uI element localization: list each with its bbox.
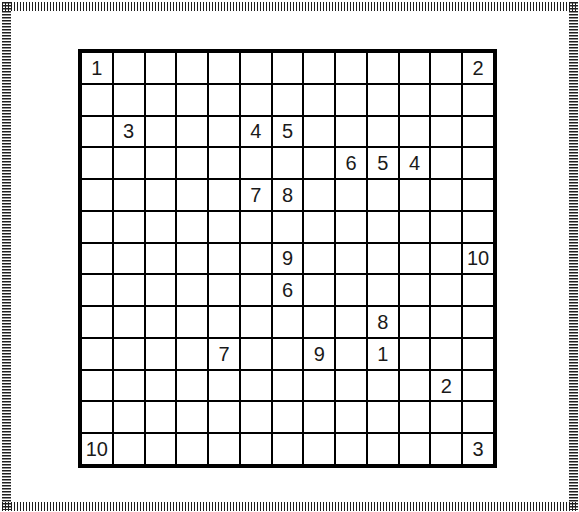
cell-r10c1[interactable] xyxy=(114,371,144,401)
cell-r6c2[interactable] xyxy=(146,244,176,274)
cell-r8c4[interactable] xyxy=(209,307,239,337)
cell-r8c10[interactable] xyxy=(400,307,430,337)
cell-r10c0[interactable] xyxy=(82,371,112,401)
cell-r9c11[interactable] xyxy=(431,339,461,369)
clue-1-r0c0[interactable]: 1 xyxy=(82,53,112,83)
cell-r11c1[interactable] xyxy=(114,402,144,432)
cell-r12c5[interactable] xyxy=(241,434,271,464)
cell-r10c5[interactable] xyxy=(241,371,271,401)
cell-r2c0[interactable] xyxy=(82,117,112,147)
cell-r7c4[interactable] xyxy=(209,275,239,305)
cell-r5c12[interactable] xyxy=(463,212,493,242)
cell-r12c4[interactable] xyxy=(209,434,239,464)
cell-r11c11[interactable] xyxy=(431,402,461,432)
clue-7-r9c4[interactable]: 7 xyxy=(209,339,239,369)
clue-4-r3c10[interactable]: 4 xyxy=(400,148,430,178)
cell-r11c7[interactable] xyxy=(304,402,334,432)
cell-r4c4[interactable] xyxy=(209,180,239,210)
cell-r0c1[interactable] xyxy=(114,53,144,83)
cell-r10c4[interactable] xyxy=(209,371,239,401)
clue-3-r2c1[interactable]: 3 xyxy=(114,117,144,147)
cell-r8c7[interactable] xyxy=(304,307,334,337)
cell-r0c10[interactable] xyxy=(400,53,430,83)
frame-top-ticks xyxy=(2,2,577,11)
cell-r4c11[interactable] xyxy=(431,180,461,210)
cell-r6c5[interactable] xyxy=(241,244,271,274)
cell-r0c3[interactable] xyxy=(177,53,207,83)
cell-r1c1[interactable] xyxy=(114,85,144,115)
cell-r5c6[interactable] xyxy=(273,212,303,242)
clue-7-r4c5[interactable]: 7 xyxy=(241,180,271,210)
cell-r11c6[interactable] xyxy=(273,402,303,432)
cell-r0c9[interactable] xyxy=(368,53,398,83)
frame-right-ticks xyxy=(569,2,578,510)
cell-r6c10[interactable] xyxy=(400,244,430,274)
clue-8-r8c9[interactable]: 8 xyxy=(368,307,398,337)
cell-r11c3[interactable] xyxy=(177,402,207,432)
cell-r5c10[interactable] xyxy=(400,212,430,242)
cell-r5c2[interactable] xyxy=(146,212,176,242)
cell-r2c11[interactable] xyxy=(431,117,461,147)
cell-r8c3[interactable] xyxy=(177,307,207,337)
cell-r6c8[interactable] xyxy=(336,244,366,274)
cell-r4c9[interactable] xyxy=(368,180,398,210)
cell-r8c6[interactable] xyxy=(273,307,303,337)
cell-r5c8[interactable] xyxy=(336,212,366,242)
cell-r3c5[interactable] xyxy=(241,148,271,178)
cell-r8c11[interactable] xyxy=(431,307,461,337)
cell-r1c8[interactable] xyxy=(336,85,366,115)
cell-r7c10[interactable] xyxy=(400,275,430,305)
cell-r5c7[interactable] xyxy=(304,212,334,242)
cell-r12c11[interactable] xyxy=(431,434,461,464)
cell-r7c0[interactable] xyxy=(82,275,112,305)
cell-r11c0[interactable] xyxy=(82,402,112,432)
cell-r1c5[interactable] xyxy=(241,85,271,115)
cell-r11c8[interactable] xyxy=(336,402,366,432)
cell-r10c3[interactable] xyxy=(177,371,207,401)
cell-r4c10[interactable] xyxy=(400,180,430,210)
cell-r1c12[interactable] xyxy=(463,85,493,115)
cell-r11c5[interactable] xyxy=(241,402,271,432)
clue-10-r6c12[interactable]: 10 xyxy=(463,244,493,274)
cell-r2c3[interactable] xyxy=(177,117,207,147)
cell-r2c8[interactable] xyxy=(336,117,366,147)
cell-r1c6[interactable] xyxy=(273,85,303,115)
cell-r6c9[interactable] xyxy=(368,244,398,274)
cell-r10c9[interactable] xyxy=(368,371,398,401)
cell-r12c7[interactable] xyxy=(304,434,334,464)
cell-r8c5[interactable] xyxy=(241,307,271,337)
cell-r7c8[interactable] xyxy=(336,275,366,305)
clue-5-r3c9[interactable]: 5 xyxy=(368,148,398,178)
cell-r11c4[interactable] xyxy=(209,402,239,432)
cell-r3c4[interactable] xyxy=(209,148,239,178)
cell-r0c4[interactable] xyxy=(209,53,239,83)
clue-6-r7c6[interactable]: 6 xyxy=(273,275,303,305)
clue-3-r12c12[interactable]: 3 xyxy=(463,434,493,464)
cell-r3c3[interactable] xyxy=(177,148,207,178)
cell-r12c3[interactable] xyxy=(177,434,207,464)
cell-r1c11[interactable] xyxy=(431,85,461,115)
cell-r12c2[interactable] xyxy=(146,434,176,464)
cell-r9c5[interactable] xyxy=(241,339,271,369)
cell-r6c0[interactable] xyxy=(82,244,112,274)
cell-r8c2[interactable] xyxy=(146,307,176,337)
cell-r3c2[interactable] xyxy=(146,148,176,178)
cell-r7c9[interactable] xyxy=(368,275,398,305)
cell-r2c12[interactable] xyxy=(463,117,493,147)
cell-r12c10[interactable] xyxy=(400,434,430,464)
cell-r0c2[interactable] xyxy=(146,53,176,83)
puzzle-board: 1234565478910687912103 xyxy=(78,49,497,468)
cell-r5c0[interactable] xyxy=(82,212,112,242)
cell-r2c10[interactable] xyxy=(400,117,430,147)
cell-r8c1[interactable] xyxy=(114,307,144,337)
cell-r12c8[interactable] xyxy=(336,434,366,464)
cell-r6c11[interactable] xyxy=(431,244,461,274)
cell-r5c3[interactable] xyxy=(177,212,207,242)
cell-r5c5[interactable] xyxy=(241,212,271,242)
cell-r7c11[interactable] xyxy=(431,275,461,305)
cell-r9c1[interactable] xyxy=(114,339,144,369)
cell-r8c8[interactable] xyxy=(336,307,366,337)
cell-r3c1[interactable] xyxy=(114,148,144,178)
cell-r2c7[interactable] xyxy=(304,117,334,147)
clue-9-r6c6[interactable]: 9 xyxy=(273,244,303,274)
cell-r9c10[interactable] xyxy=(400,339,430,369)
cell-r9c8[interactable] xyxy=(336,339,366,369)
cell-r4c7[interactable] xyxy=(304,180,334,210)
cell-r4c3[interactable] xyxy=(177,180,207,210)
cell-r10c2[interactable] xyxy=(146,371,176,401)
cell-r3c6[interactable] xyxy=(273,148,303,178)
cell-r10c6[interactable] xyxy=(273,371,303,401)
cell-r6c3[interactable] xyxy=(177,244,207,274)
cell-r4c0[interactable] xyxy=(82,180,112,210)
puzzle-page: 1234565478910687912103 xyxy=(0,0,579,512)
clue-2-r0c12[interactable]: 2 xyxy=(463,53,493,83)
clue-4-r2c5[interactable]: 4 xyxy=(241,117,271,147)
cell-r1c0[interactable] xyxy=(82,85,112,115)
cell-r2c4[interactable] xyxy=(209,117,239,147)
cell-r0c6[interactable] xyxy=(273,53,303,83)
frame-left-ticks xyxy=(2,2,11,510)
cell-r2c9[interactable] xyxy=(368,117,398,147)
cell-r9c6[interactable] xyxy=(273,339,303,369)
cell-r0c8[interactable] xyxy=(336,53,366,83)
cell-r6c7[interactable] xyxy=(304,244,334,274)
clue-2-r10c11[interactable]: 2 xyxy=(431,371,461,401)
clue-10-r12c0[interactable]: 10 xyxy=(82,434,112,464)
cell-r12c1[interactable] xyxy=(114,434,144,464)
cell-r3c11[interactable] xyxy=(431,148,461,178)
cell-r11c9[interactable] xyxy=(368,402,398,432)
cell-r0c11[interactable] xyxy=(431,53,461,83)
cell-r11c2[interactable] xyxy=(146,402,176,432)
cell-r7c2[interactable] xyxy=(146,275,176,305)
clue-8-r4c6[interactable]: 8 xyxy=(273,180,303,210)
cell-r10c7[interactable] xyxy=(304,371,334,401)
cell-r1c10[interactable] xyxy=(400,85,430,115)
cell-r7c1[interactable] xyxy=(114,275,144,305)
cell-r7c7[interactable] xyxy=(304,275,334,305)
cell-r4c12[interactable] xyxy=(463,180,493,210)
clue-9-r9c7[interactable]: 9 xyxy=(304,339,334,369)
cell-r1c9[interactable] xyxy=(368,85,398,115)
cell-r9c12[interactable] xyxy=(463,339,493,369)
cell-r1c2[interactable] xyxy=(146,85,176,115)
cell-r8c12[interactable] xyxy=(463,307,493,337)
cell-r6c4[interactable] xyxy=(209,244,239,274)
cell-r12c6[interactable] xyxy=(273,434,303,464)
cell-r5c4[interactable] xyxy=(209,212,239,242)
cell-r1c3[interactable] xyxy=(177,85,207,115)
cell-r4c2[interactable] xyxy=(146,180,176,210)
cell-r7c12[interactable] xyxy=(463,275,493,305)
cell-r9c3[interactable] xyxy=(177,339,207,369)
cell-r2c2[interactable] xyxy=(146,117,176,147)
cell-r12c9[interactable] xyxy=(368,434,398,464)
cell-r1c4[interactable] xyxy=(209,85,239,115)
cell-r5c9[interactable] xyxy=(368,212,398,242)
clue-6-r3c8[interactable]: 6 xyxy=(336,148,366,178)
cell-r11c12[interactable] xyxy=(463,402,493,432)
clue-5-r2c6[interactable]: 5 xyxy=(273,117,303,147)
cell-r3c0[interactable] xyxy=(82,148,112,178)
cell-r10c12[interactable] xyxy=(463,371,493,401)
cell-r5c1[interactable] xyxy=(114,212,144,242)
cell-r8c0[interactable] xyxy=(82,307,112,337)
cell-r1c7[interactable] xyxy=(304,85,334,115)
cell-r0c7[interactable] xyxy=(304,53,334,83)
cell-r6c1[interactable] xyxy=(114,244,144,274)
clue-1-r9c9[interactable]: 1 xyxy=(368,339,398,369)
cell-r7c5[interactable] xyxy=(241,275,271,305)
cell-r10c8[interactable] xyxy=(336,371,366,401)
cell-r11c10[interactable] xyxy=(400,402,430,432)
cell-r5c11[interactable] xyxy=(431,212,461,242)
cell-r7c3[interactable] xyxy=(177,275,207,305)
cell-r4c8[interactable] xyxy=(336,180,366,210)
cell-r0c5[interactable] xyxy=(241,53,271,83)
frame-bottom-ticks xyxy=(2,502,577,511)
cell-r9c2[interactable] xyxy=(146,339,176,369)
cell-r3c12[interactable] xyxy=(463,148,493,178)
cell-r9c0[interactable] xyxy=(82,339,112,369)
cell-r4c1[interactable] xyxy=(114,180,144,210)
cell-r10c10[interactable] xyxy=(400,371,430,401)
cell-r3c7[interactable] xyxy=(304,148,334,178)
